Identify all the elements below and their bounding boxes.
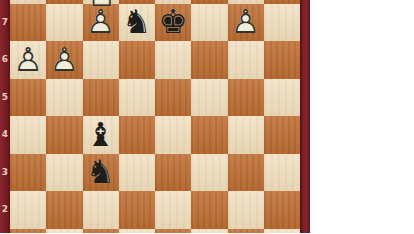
knight-glyph-fill: ♞ [84,155,118,189]
square-e3[interactable] [155,154,191,192]
square-c6[interactable] [83,41,119,79]
board-frame-left [0,0,10,233]
pawn-glyph-outline: ♙ [229,5,263,39]
black-knight-d7[interactable]: ♞♞ [120,5,154,39]
square-c7[interactable]: ♟♙ [83,4,119,42]
square-g4[interactable] [228,116,264,154]
square-g6[interactable] [228,41,264,79]
black-knight-c3[interactable]: ♞♞ [84,155,118,189]
rank-label-7: 7 [0,17,10,28]
square-a7[interactable] [10,4,46,42]
square-f1[interactable] [191,229,227,234]
square-h7[interactable] [264,4,300,42]
square-e2[interactable] [155,191,191,229]
square-d7[interactable]: ♞♞ [119,4,155,42]
square-b3[interactable] [46,154,82,192]
square-f6[interactable] [191,41,227,79]
king-glyph-fill: ♚ [156,5,190,39]
board-frame-right [300,0,310,233]
square-d1[interactable] [119,229,155,234]
square-c1[interactable] [83,229,119,234]
black-bishop-c4[interactable]: ♝♝ [84,118,118,152]
square-c4[interactable]: ♝♝ [83,116,119,154]
square-h2[interactable] [264,191,300,229]
chess-board-screenshot: ♚♔♟♙♞♞♚♚♟♙♟♙♟♙♝♝♞♞ 765432 [0,0,414,233]
square-b5[interactable] [46,79,82,117]
square-b2[interactable] [46,191,82,229]
rank-label-6: 6 [0,54,10,65]
square-a4[interactable] [10,116,46,154]
square-a2[interactable] [10,191,46,229]
white-pawn-c7[interactable]: ♟♙ [84,5,118,39]
square-d2[interactable] [119,191,155,229]
square-g3[interactable] [228,154,264,192]
square-e5[interactable] [155,79,191,117]
square-d6[interactable] [119,41,155,79]
white-pawn-a6[interactable]: ♟♙ [11,43,45,77]
pawn-glyph-outline: ♙ [11,43,45,77]
square-h6[interactable] [264,41,300,79]
square-e1[interactable] [155,229,191,234]
square-d5[interactable] [119,79,155,117]
rank-label-5: 5 [0,92,10,103]
square-e6[interactable] [155,41,191,79]
white-pawn-g7[interactable]: ♟♙ [229,5,263,39]
square-b7[interactable] [46,4,82,42]
rank-label-4: 4 [0,129,10,140]
square-d3[interactable] [119,154,155,192]
square-h3[interactable] [264,154,300,192]
square-h4[interactable] [264,116,300,154]
square-f2[interactable] [191,191,227,229]
square-d4[interactable] [119,116,155,154]
square-f4[interactable] [191,116,227,154]
black-king-e7[interactable]: ♚♚ [156,5,190,39]
square-c5[interactable] [83,79,119,117]
square-f5[interactable] [191,79,227,117]
square-f3[interactable] [191,154,227,192]
background-blank-area [310,0,414,233]
square-c2[interactable] [83,191,119,229]
bishop-glyph-fill: ♝ [84,118,118,152]
square-b1[interactable] [46,229,82,234]
square-h5[interactable] [264,79,300,117]
square-g7[interactable]: ♟♙ [228,4,264,42]
square-a6[interactable]: ♟♙ [10,41,46,79]
square-a5[interactable] [10,79,46,117]
knight-glyph-fill: ♞ [120,5,154,39]
board: ♚♔♟♙♞♞♚♚♟♙♟♙♟♙♝♝♞♞ [10,0,300,233]
square-c3[interactable]: ♞♞ [83,154,119,192]
square-b6[interactable]: ♟♙ [46,41,82,79]
rank-label-2: 2 [0,204,10,215]
square-a3[interactable] [10,154,46,192]
rank-label-3: 3 [0,167,10,178]
square-g5[interactable] [228,79,264,117]
square-a1[interactable] [10,229,46,234]
pawn-glyph-outline: ♙ [47,43,81,77]
square-b4[interactable] [46,116,82,154]
white-pawn-b6[interactable]: ♟♙ [47,43,81,77]
square-e7[interactable]: ♚♚ [155,4,191,42]
square-h1[interactable] [264,229,300,234]
square-e4[interactable] [155,116,191,154]
square-g1[interactable] [228,229,264,234]
square-g2[interactable] [228,191,264,229]
pawn-glyph-outline: ♙ [84,5,118,39]
square-f7[interactable] [191,4,227,42]
